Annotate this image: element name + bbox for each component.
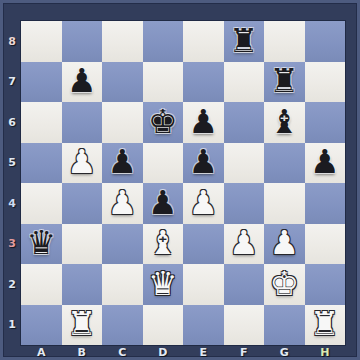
square-b7[interactable]: ♟ [62,62,103,103]
rank-label-8: 8 [3,21,21,62]
rank-label-6: 6 [3,102,21,143]
black-pawn-h5[interactable]: ♟ [310,145,340,178]
square-a4[interactable] [21,183,62,224]
rank-label-3: 3 [3,224,21,265]
file-label-g: G [264,344,305,360]
square-c1[interactable] [102,305,143,346]
square-f5[interactable] [224,143,265,184]
square-d5[interactable] [143,143,184,184]
square-f4[interactable] [224,183,265,224]
square-h7[interactable] [305,62,346,103]
square-d6[interactable]: ♚ [143,102,184,143]
white-bishop-d3[interactable]: ♝ [148,226,178,259]
square-g2[interactable]: ♚ [264,264,305,305]
square-c3[interactable] [102,224,143,265]
square-a7[interactable] [21,62,62,103]
square-f6[interactable] [224,102,265,143]
file-label-d: D [143,344,184,360]
rank-label-5: 5 [3,143,21,184]
rank-label-1: 1 [3,305,21,346]
square-e1[interactable] [183,305,224,346]
black-rook-f8[interactable]: ♜ [229,24,259,57]
square-g5[interactable] [264,143,305,184]
square-a2[interactable] [21,264,62,305]
square-f2[interactable] [224,264,265,305]
black-king-d6[interactable]: ♚ [148,105,178,138]
square-g6[interactable]: ♝ [264,102,305,143]
square-h4[interactable] [305,183,346,224]
square-g7[interactable]: ♜ [264,62,305,103]
square-d2[interactable]: ♛ [143,264,184,305]
square-b2[interactable] [62,264,103,305]
square-b3[interactable] [62,224,103,265]
square-e6[interactable]: ♟ [183,102,224,143]
square-h5[interactable]: ♟ [305,143,346,184]
black-pawn-e5[interactable]: ♟ [188,145,218,178]
square-e3[interactable] [183,224,224,265]
square-b8[interactable] [62,21,103,62]
square-a5[interactable] [21,143,62,184]
square-c5[interactable]: ♟ [102,143,143,184]
square-c4[interactable]: ♟ [102,183,143,224]
black-pawn-c5[interactable]: ♟ [107,145,137,178]
file-label-h: H [305,344,346,360]
white-king-g2[interactable]: ♚ [269,267,299,300]
square-g3[interactable]: ♟ [264,224,305,265]
white-pawn-f3[interactable]: ♟ [229,226,259,259]
square-e2[interactable] [183,264,224,305]
square-e8[interactable] [183,21,224,62]
white-rook-b1[interactable]: ♜ [67,307,97,340]
square-f3[interactable]: ♟ [224,224,265,265]
square-g8[interactable] [264,21,305,62]
rank-label-7: 7 [3,62,21,103]
square-e7[interactable] [183,62,224,103]
file-label-f: F [224,344,265,360]
square-b4[interactable] [62,183,103,224]
file-labels: ABCDEFGH [21,344,345,360]
square-d4[interactable]: ♟ [143,183,184,224]
file-label-b: B [62,344,103,360]
square-f1[interactable] [224,305,265,346]
square-b1[interactable]: ♜ [62,305,103,346]
square-f7[interactable] [224,62,265,103]
square-d7[interactable] [143,62,184,103]
file-label-c: C [102,344,143,360]
square-d3[interactable]: ♝ [143,224,184,265]
square-b6[interactable] [62,102,103,143]
black-pawn-b7[interactable]: ♟ [67,64,97,97]
black-pawn-e6[interactable]: ♟ [188,105,218,138]
white-pawn-g3[interactable]: ♟ [269,226,299,259]
square-h1[interactable]: ♜ [305,305,346,346]
square-g1[interactable] [264,305,305,346]
file-label-e: E [183,344,224,360]
square-c7[interactable] [102,62,143,103]
white-pawn-e4[interactable]: ♟ [188,186,218,219]
square-a3[interactable]: ♛ [21,224,62,265]
square-a8[interactable] [21,21,62,62]
square-a6[interactable] [21,102,62,143]
black-pawn-d4[interactable]: ♟ [148,186,178,219]
square-c6[interactable] [102,102,143,143]
file-label-a: A [21,344,62,360]
square-d8[interactable] [143,21,184,62]
board: ♜♟♜♚♟♝♟♟♟♟♟♟♟♛♝♟♟♛♚♜♜ [21,21,345,345]
chess-board-frame: 87654321 ♜♟♜♚♟♝♟♟♟♟♟♟♟♛♝♟♟♛♚♜♜ ABCDEFGH [0,0,360,360]
square-a1[interactable] [21,305,62,346]
white-rook-h1[interactable]: ♜ [310,307,340,340]
rank-label-4: 4 [3,183,21,224]
square-f8[interactable]: ♜ [224,21,265,62]
black-queen-a3[interactable]: ♛ [26,226,56,259]
black-rook-g7[interactable]: ♜ [269,64,299,97]
square-d1[interactable] [143,305,184,346]
square-h8[interactable] [305,21,346,62]
square-h2[interactable] [305,264,346,305]
white-pawn-c4[interactable]: ♟ [107,186,137,219]
rank-label-2: 2 [3,264,21,305]
white-queen-d2[interactable]: ♛ [148,267,178,300]
square-g4[interactable] [264,183,305,224]
square-h6[interactable] [305,102,346,143]
square-b5[interactable]: ♟ [62,143,103,184]
square-e4[interactable]: ♟ [183,183,224,224]
square-h3[interactable] [305,224,346,265]
white-pawn-b5[interactable]: ♟ [67,145,97,178]
square-c2[interactable] [102,264,143,305]
rank-labels: 87654321 [3,21,21,345]
black-bishop-g6[interactable]: ♝ [269,105,299,138]
square-c8[interactable] [102,21,143,62]
square-e5[interactable]: ♟ [183,143,224,184]
